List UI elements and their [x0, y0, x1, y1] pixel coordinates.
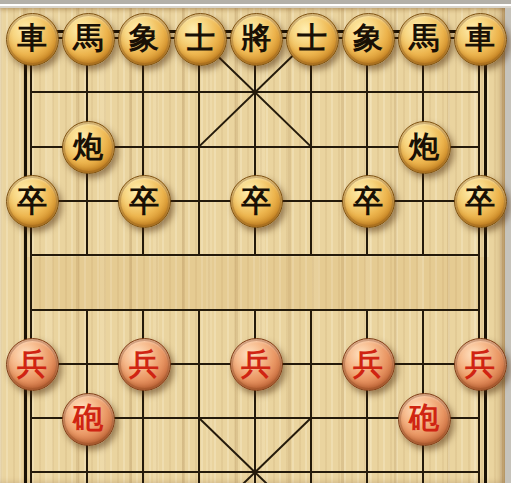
piece-glyph: 卒 [353, 186, 383, 216]
piece-black-advisor[interactable]: 士 [174, 13, 227, 66]
piece-glyph: 將 [241, 23, 271, 53]
piece-glyph: 卒 [129, 186, 159, 216]
grid-line [198, 309, 200, 483]
piece-glyph: 象 [129, 23, 159, 53]
grid-line [142, 309, 144, 483]
piece-glyph: 象 [353, 23, 383, 53]
grid-line [478, 37, 480, 483]
piece-red-soldier[interactable]: 兵 [230, 338, 283, 391]
piece-black-chariot[interactable]: 車 [454, 13, 507, 66]
piece-glyph: 兵 [17, 349, 47, 379]
piece-black-cannon[interactable]: 炮 [62, 121, 115, 174]
grid-line [366, 309, 368, 483]
piece-red-soldier[interactable]: 兵 [342, 338, 395, 391]
piece-black-general[interactable]: 將 [230, 13, 283, 66]
piece-glyph: 馬 [409, 23, 439, 53]
piece-glyph: 卒 [241, 186, 271, 216]
piece-glyph: 炮 [409, 132, 439, 162]
piece-glyph: 卒 [17, 186, 47, 216]
piece-black-elephant[interactable]: 象 [118, 13, 171, 66]
window-edge-top [0, 0, 511, 8]
piece-black-advisor[interactable]: 士 [286, 13, 339, 66]
piece-glyph: 兵 [353, 349, 383, 379]
piece-red-soldier[interactable]: 兵 [454, 338, 507, 391]
piece-red-soldier[interactable]: 兵 [6, 338, 59, 391]
grid-line [254, 309, 256, 483]
piece-glyph: 士 [297, 23, 327, 53]
piece-glyph: 士 [185, 23, 215, 53]
grid-line [310, 309, 312, 483]
piece-black-soldier[interactable]: 卒 [118, 175, 171, 228]
grid-line [30, 37, 32, 483]
piece-glyph: 兵 [465, 349, 495, 379]
piece-glyph: 兵 [129, 349, 159, 379]
piece-glyph: 炮 [73, 132, 103, 162]
piece-black-soldier[interactable]: 卒 [230, 175, 283, 228]
piece-black-elephant[interactable]: 象 [342, 13, 395, 66]
piece-black-soldier[interactable]: 卒 [454, 175, 507, 228]
piece-red-soldier[interactable]: 兵 [118, 338, 171, 391]
piece-black-horse[interactable]: 馬 [398, 13, 451, 66]
piece-glyph: 砲 [409, 403, 439, 433]
piece-black-chariot[interactable]: 車 [6, 13, 59, 66]
piece-red-cannon[interactable]: 砲 [398, 393, 451, 446]
piece-black-cannon[interactable]: 炮 [398, 121, 451, 174]
piece-glyph: 馬 [73, 23, 103, 53]
piece-glyph: 車 [465, 23, 495, 53]
piece-black-soldier[interactable]: 卒 [6, 175, 59, 228]
xiangqi-board[interactable]: 車馬象士將士象馬車炮炮卒卒卒卒卒兵兵兵兵兵砲砲車馬相仕帥仕相馬車 [0, 8, 505, 483]
piece-glyph: 車 [17, 23, 47, 53]
piece-black-soldier[interactable]: 卒 [342, 175, 395, 228]
piece-glyph: 兵 [241, 349, 271, 379]
piece-glyph: 砲 [73, 403, 103, 433]
piece-black-horse[interactable]: 馬 [62, 13, 115, 66]
piece-glyph: 卒 [465, 186, 495, 216]
app-window: 車馬象士將士象馬車炮炮卒卒卒卒卒兵兵兵兵兵砲砲車馬相仕帥仕相馬車 [0, 0, 511, 483]
piece-red-cannon[interactable]: 砲 [62, 393, 115, 446]
